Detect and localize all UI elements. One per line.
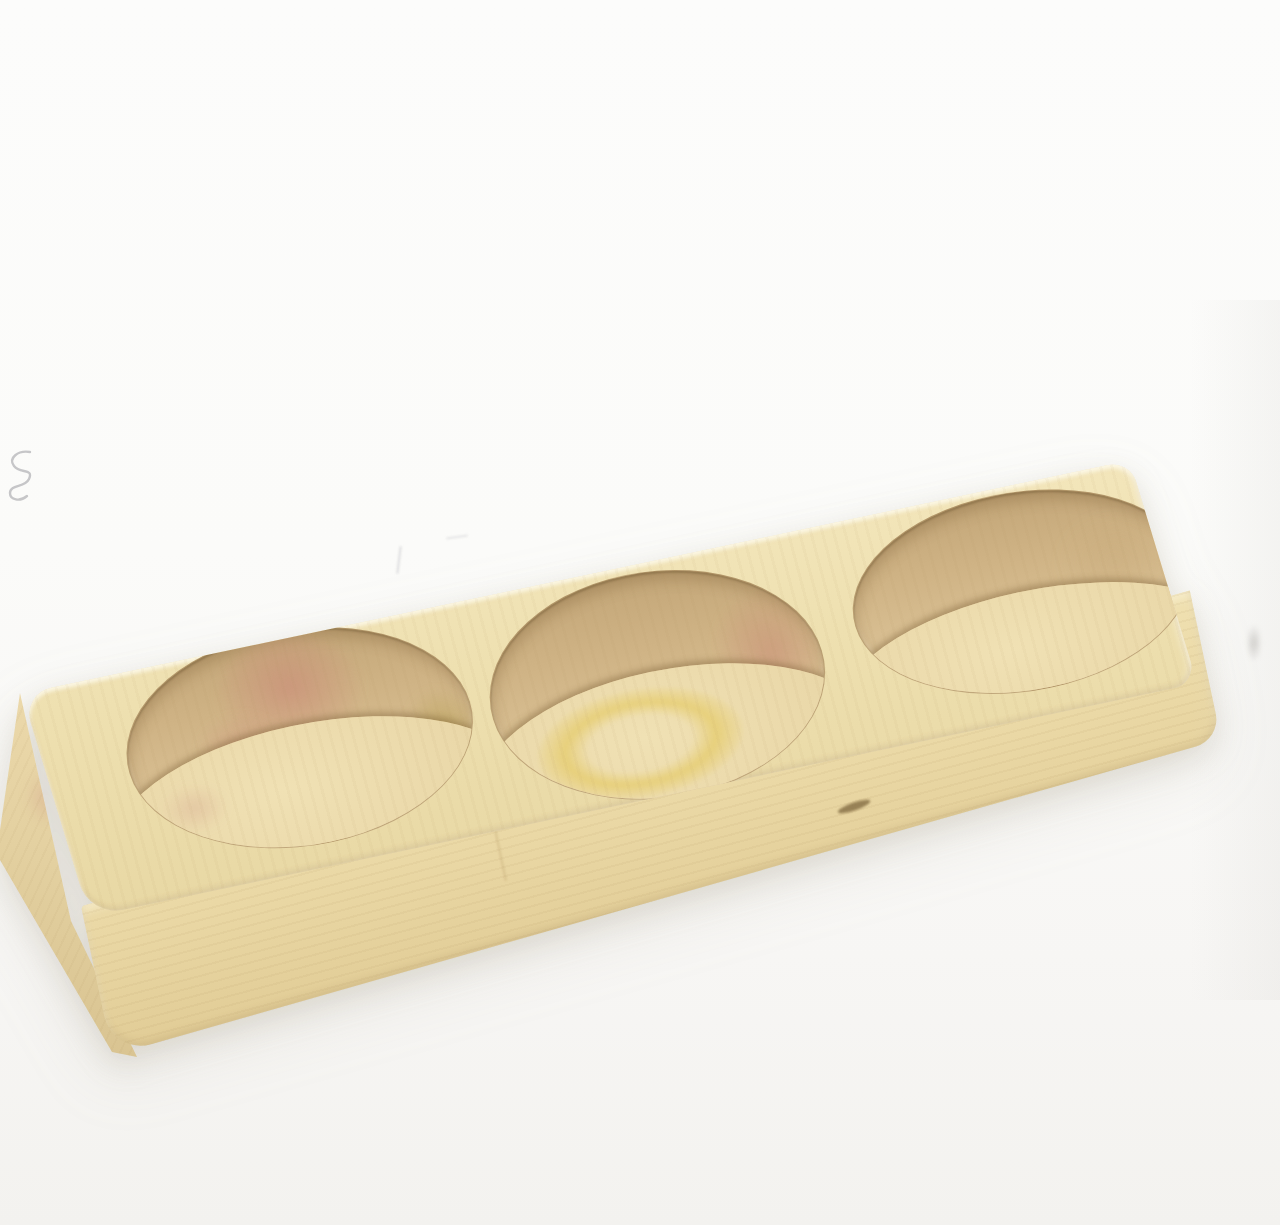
pit-3[interactable]	[826, 461, 1197, 723]
tray-rotated-body	[22, 461, 1178, 921]
pit-1[interactable]	[97, 597, 501, 878]
photo-scene	[0, 0, 1280, 1225]
wooden-tray-board	[0, 0, 1280, 1225]
wood-knot	[837, 797, 871, 816]
